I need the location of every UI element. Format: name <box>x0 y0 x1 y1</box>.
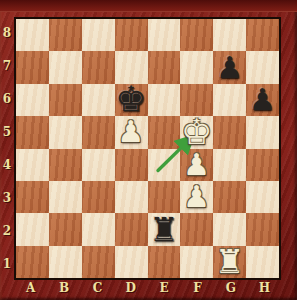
square-d6[interactable]: ♚ <box>115 84 148 116</box>
file-label-b: B <box>47 278 80 300</box>
white-rook[interactable]: ♜ <box>213 246 246 278</box>
rank-labels: 87654321 <box>0 17 14 280</box>
rank-label-8: 8 <box>0 17 14 50</box>
square-d5[interactable]: ♟ <box>115 116 148 148</box>
square-h4[interactable] <box>246 149 279 181</box>
square-h2[interactable] <box>246 213 279 245</box>
file-label-g: G <box>214 278 247 300</box>
square-d4[interactable] <box>115 149 148 181</box>
rank-label-1: 1 <box>0 247 14 280</box>
square-a6[interactable] <box>16 84 49 116</box>
square-b7[interactable] <box>49 51 82 83</box>
square-e2[interactable]: ♜ <box>148 213 181 245</box>
square-f7[interactable] <box>180 51 213 83</box>
square-f5[interactable]: ♚ <box>180 116 213 148</box>
square-b1[interactable] <box>49 246 82 278</box>
square-b6[interactable] <box>49 84 82 116</box>
square-e6[interactable] <box>148 84 181 116</box>
black-rook[interactable]: ♜ <box>148 213 181 245</box>
white-pawn[interactable]: ♟ <box>180 181 213 213</box>
square-h7[interactable] <box>246 51 279 83</box>
square-d3[interactable] <box>115 181 148 213</box>
white-pawn[interactable]: ♟ <box>180 149 213 181</box>
square-c3[interactable] <box>82 181 115 213</box>
rank-label-2: 2 <box>0 214 14 247</box>
square-b8[interactable] <box>49 19 82 51</box>
square-a3[interactable] <box>16 181 49 213</box>
square-f2[interactable] <box>180 213 213 245</box>
square-a1[interactable] <box>16 246 49 278</box>
square-e5[interactable] <box>148 116 181 148</box>
square-e4[interactable] <box>148 149 181 181</box>
rank-label-7: 7 <box>0 50 14 83</box>
white-king[interactable]: ♚ <box>180 116 213 148</box>
square-f8[interactable] <box>180 19 213 51</box>
square-g7[interactable]: ♟ <box>213 51 246 83</box>
square-a2[interactable] <box>16 213 49 245</box>
rank-label-5: 5 <box>0 116 14 149</box>
file-label-a: A <box>14 278 47 300</box>
black-pawn[interactable]: ♟ <box>213 51 246 83</box>
square-e3[interactable] <box>148 181 181 213</box>
square-b2[interactable] <box>49 213 82 245</box>
square-f3[interactable]: ♟ <box>180 181 213 213</box>
square-b4[interactable] <box>49 149 82 181</box>
square-g1[interactable]: ♜ <box>213 246 246 278</box>
chess-board-frame: 87654321 ABCDEFGH ♟♚♟♟♚♟♟♜♜ <box>0 0 297 300</box>
square-h5[interactable] <box>246 116 279 148</box>
file-label-d: D <box>114 278 147 300</box>
square-g5[interactable] <box>213 116 246 148</box>
square-c2[interactable] <box>82 213 115 245</box>
square-c6[interactable] <box>82 84 115 116</box>
square-a7[interactable] <box>16 51 49 83</box>
square-g8[interactable] <box>213 19 246 51</box>
rank-label-3: 3 <box>0 181 14 214</box>
square-f1[interactable] <box>180 246 213 278</box>
chess-board[interactable]: ♟♚♟♟♚♟♟♜♜ <box>14 17 281 280</box>
square-c5[interactable] <box>82 116 115 148</box>
square-e8[interactable] <box>148 19 181 51</box>
square-a4[interactable] <box>16 149 49 181</box>
file-label-h: H <box>248 278 281 300</box>
square-d8[interactable] <box>115 19 148 51</box>
black-pawn[interactable]: ♟ <box>246 84 279 116</box>
square-h1[interactable] <box>246 246 279 278</box>
square-c8[interactable] <box>82 19 115 51</box>
square-h3[interactable] <box>246 181 279 213</box>
rank-label-4: 4 <box>0 149 14 182</box>
square-g2[interactable] <box>213 213 246 245</box>
square-d2[interactable] <box>115 213 148 245</box>
white-pawn[interactable]: ♟ <box>115 116 148 148</box>
square-b3[interactable] <box>49 181 82 213</box>
square-g3[interactable] <box>213 181 246 213</box>
square-a8[interactable] <box>16 19 49 51</box>
black-king[interactable]: ♚ <box>115 84 148 116</box>
file-label-e: E <box>148 278 181 300</box>
square-g6[interactable] <box>213 84 246 116</box>
rank-label-6: 6 <box>0 83 14 116</box>
square-g4[interactable] <box>213 149 246 181</box>
file-labels: ABCDEFGH <box>14 278 281 300</box>
square-d1[interactable] <box>115 246 148 278</box>
square-c7[interactable] <box>82 51 115 83</box>
square-h8[interactable] <box>246 19 279 51</box>
square-a5[interactable] <box>16 116 49 148</box>
file-label-c: C <box>81 278 114 300</box>
square-e7[interactable] <box>148 51 181 83</box>
square-e1[interactable] <box>148 246 181 278</box>
square-h6[interactable]: ♟ <box>246 84 279 116</box>
square-f4[interactable]: ♟ <box>180 149 213 181</box>
square-b5[interactable] <box>49 116 82 148</box>
square-c1[interactable] <box>82 246 115 278</box>
file-label-f: F <box>181 278 214 300</box>
square-c4[interactable] <box>82 149 115 181</box>
